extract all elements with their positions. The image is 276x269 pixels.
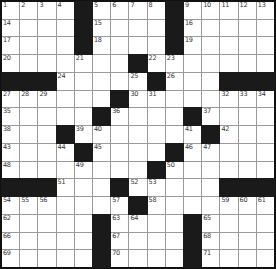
cell-r12c15[interactable]: 61 [257,197,274,214]
black-square [166,144,183,161]
cell-r15c2[interactable] [20,250,37,267]
clue-number: 34 [258,91,266,98]
cell-r4c11[interactable] [184,55,201,72]
cell-r6c10[interactable] [166,91,183,108]
cell-r4c12[interactable] [202,55,219,72]
black-square [184,250,201,267]
clue-number: 43 [3,144,11,151]
cell-r14c14[interactable] [239,233,256,250]
cell-r2c1[interactable]: 14 [2,20,19,37]
cell-r8c1[interactable]: 38 [2,126,19,143]
black-square [38,179,55,196]
cell-r7c8[interactable] [129,108,146,125]
black-square [148,73,165,90]
clue-number: 51 [58,179,66,186]
cell-r2c15[interactable] [257,20,274,37]
clue-number: 4 [58,2,62,9]
cell-r9c8[interactable] [129,144,146,161]
cell-r15c5[interactable] [75,250,92,267]
clue-number: 26 [167,73,175,80]
cell-r1c6[interactable]: 5 [93,2,110,19]
cell-r2c13[interactable] [220,20,237,37]
cell-r3c9[interactable] [148,37,165,54]
cell-r3c4[interactable] [57,37,74,54]
black-square [75,144,92,161]
cell-r9c13[interactable] [220,144,237,161]
clue-number: 69 [3,250,11,257]
cell-r12c10[interactable] [166,197,183,214]
cell-r11c10[interactable] [166,179,183,196]
cell-r8c14[interactable] [239,126,256,143]
black-square [75,37,92,54]
cell-r4c2[interactable] [20,55,37,72]
cell-r2c9[interactable] [148,20,165,37]
cell-r14c15[interactable] [257,233,274,250]
cell-r10c11[interactable] [184,162,201,179]
clue-number: 45 [94,144,102,151]
cell-r5c4[interactable]: 24 [57,73,74,90]
black-square [129,197,146,214]
cell-r5c12[interactable] [202,73,219,90]
clue-number: 17 [3,37,11,44]
black-square [239,73,256,90]
clue-number: 41 [185,126,193,133]
cell-r14c3[interactable] [38,233,55,250]
clue-number: 48 [3,162,11,169]
clue-number: 68 [203,233,211,240]
clue-number: 59 [221,197,229,204]
cell-r14c2[interactable] [20,233,37,250]
cell-r11c6[interactable] [93,179,110,196]
cell-r7c5[interactable] [75,108,92,125]
cell-r8c13[interactable]: 42 [220,126,237,143]
cell-r9c7[interactable] [111,144,128,161]
clue-number: 67 [112,233,120,240]
cell-r3c12[interactable] [202,37,219,54]
cell-r13c9[interactable] [148,215,165,232]
cell-r15c15[interactable] [257,250,274,267]
cell-r1c13[interactable]: 11 [220,2,237,19]
black-square [166,37,183,54]
cell-r3c15[interactable] [257,37,274,54]
clue-number: 42 [221,126,229,133]
cell-r6c11[interactable] [184,91,201,108]
cell-r10c3[interactable] [38,162,55,179]
black-square [257,179,274,196]
cell-r9c2[interactable] [20,144,37,161]
clue-number: 39 [76,126,84,133]
cell-r9c14[interactable] [239,144,256,161]
clue-number: 1 [3,2,7,9]
black-square [184,215,201,232]
clue-number: 15 [94,20,102,27]
cell-r6c14[interactable]: 33 [239,91,256,108]
cell-r7c10[interactable] [166,108,183,125]
cell-r8c9[interactable] [148,126,165,143]
cell-r7c15[interactable] [257,108,274,125]
black-square [166,2,183,19]
cell-r3c7[interactable] [111,37,128,54]
black-square [93,250,110,267]
cell-r8c10[interactable] [166,126,183,143]
cell-r15c12[interactable]: 71 [202,250,219,267]
cell-r14c9[interactable] [148,233,165,250]
black-square [38,73,55,90]
black-square [220,179,237,196]
cell-r4c1[interactable]: 20 [2,55,19,72]
cell-r14c1[interactable]: 66 [2,233,19,250]
cell-r2c11[interactable]: 16 [184,20,201,37]
cell-r4c3[interactable] [38,55,55,72]
clue-number: 52 [130,179,138,186]
black-square [20,73,37,90]
clue-number: 61 [258,197,266,204]
cell-r7c7[interactable]: 36 [111,108,128,125]
cell-r12c3[interactable]: 56 [38,197,55,214]
cell-r2c4[interactable] [57,20,74,37]
cell-r2c12[interactable] [202,20,219,37]
black-square [184,108,201,125]
clue-number: 55 [21,197,29,204]
cell-r6c6[interactable] [93,91,110,108]
clue-number: 56 [39,197,47,204]
cell-r14c8[interactable] [129,233,146,250]
cell-r5c11[interactable] [184,73,201,90]
cell-r1c7[interactable]: 6 [111,2,128,19]
cell-r13c4[interactable] [57,215,74,232]
cell-r2c7[interactable] [111,20,128,37]
black-square [20,179,37,196]
cell-r9c6[interactable]: 45 [93,144,110,161]
cell-r12c1[interactable]: 54 [2,197,19,214]
cell-r15c14[interactable] [239,250,256,267]
cell-r9c3[interactable] [38,144,55,161]
cell-r6c5[interactable] [75,91,92,108]
cell-r5c8[interactable]: 25 [129,73,146,90]
cell-r14c13[interactable] [220,233,237,250]
cell-r4c13[interactable] [220,55,237,72]
cell-r6c4[interactable] [57,91,74,108]
clue-number: 13 [258,2,266,9]
cell-r13c7[interactable]: 63 [111,215,128,232]
cell-r9c15[interactable] [257,144,274,161]
clue-number: 62 [3,215,11,222]
cell-r13c15[interactable] [257,215,274,232]
cell-r1c8[interactable]: 7 [129,2,146,19]
crossword-board: 1234567891011121314151617181920212223242… [0,0,276,269]
black-square [2,73,19,90]
cell-r1c15[interactable]: 13 [257,2,274,19]
clue-number: 57 [112,197,120,204]
cell-r4c5[interactable]: 21 [75,55,92,72]
clue-number: 10 [203,2,211,9]
cell-r1c14[interactable]: 12 [239,2,256,19]
cell-r14c7[interactable]: 67 [111,233,128,250]
clue-number: 9 [185,2,189,9]
black-square [111,91,128,108]
cell-r12c6[interactable] [93,197,110,214]
clue-number: 54 [3,197,11,204]
clue-number: 71 [203,250,211,257]
clue-number: 28 [21,91,29,98]
clue-number: 6 [112,2,116,9]
cell-r5c7[interactable] [111,73,128,90]
cell-r9c9[interactable] [148,144,165,161]
clue-number: 65 [203,215,211,222]
cell-r4c10[interactable]: 23 [166,55,183,72]
cell-r13c12[interactable]: 65 [202,215,219,232]
clue-number: 32 [221,91,229,98]
cell-r1c4[interactable]: 4 [57,2,74,19]
cell-r1c11[interactable]: 9 [184,2,201,19]
cell-r15c4[interactable] [57,250,74,267]
clue-number: 60 [240,197,248,204]
clue-number: 5 [94,2,98,9]
clue-number: 44 [58,144,66,151]
cell-r10c10[interactable]: 50 [166,162,183,179]
cell-r7c4[interactable] [57,108,74,125]
clue-number: 14 [3,20,11,27]
cell-r15c9[interactable] [148,250,165,267]
clue-number: 19 [185,37,193,44]
cell-r6c8[interactable]: 30 [129,91,146,108]
cell-r12c7[interactable]: 57 [111,197,128,214]
cell-r14c4[interactable] [57,233,74,250]
cell-r1c1[interactable]: 1 [2,2,19,19]
cell-r2c14[interactable] [239,20,256,37]
clue-number: 53 [149,179,157,186]
black-square [257,73,274,90]
cell-r14c5[interactable] [75,233,92,250]
black-square [202,126,219,143]
cell-r14c10[interactable] [166,233,183,250]
cell-r4c6[interactable] [93,55,110,72]
clue-number: 21 [76,55,84,62]
cell-r3c14[interactable] [239,37,256,54]
cell-r4c9[interactable]: 22 [148,55,165,72]
clue-number: 47 [203,144,211,151]
clue-number: 70 [112,250,120,257]
cell-r11c12[interactable] [202,179,219,196]
black-square [93,215,110,232]
cell-r6c1[interactable]: 27 [2,91,19,108]
cell-r12c4[interactable] [57,197,74,214]
cell-r11c8[interactable]: 52 [129,179,146,196]
clue-number: 63 [112,215,120,222]
cell-r15c13[interactable] [220,250,237,267]
cell-r10c8[interactable] [129,162,146,179]
black-square [184,233,201,250]
cell-r4c4[interactable] [57,55,74,72]
cell-r3c11[interactable]: 19 [184,37,201,54]
cell-r3c6[interactable]: 18 [93,37,110,54]
clue-number: 29 [39,91,47,98]
cell-r8c15[interactable] [257,126,274,143]
black-square [57,126,74,143]
cell-r9c11[interactable]: 46 [184,144,201,161]
black-square [166,20,183,37]
cell-r10c2[interactable] [20,162,37,179]
black-square [2,179,19,196]
clue-number: 46 [185,144,193,151]
black-square [239,179,256,196]
clue-number: 30 [130,91,138,98]
black-square [148,162,165,179]
cell-r10c15[interactable] [257,162,274,179]
cell-r2c2[interactable] [20,20,37,37]
clue-number: 25 [130,73,138,80]
cell-r1c3[interactable]: 3 [38,2,55,19]
black-square [220,73,237,90]
clue-number: 7 [130,2,134,9]
cell-r3c8[interactable] [129,37,146,54]
cell-r13c3[interactable] [38,215,55,232]
black-square [93,108,110,125]
cell-r12c12[interactable] [202,197,219,214]
cell-r1c12[interactable]: 10 [202,2,219,19]
cell-r4c7[interactable] [111,55,128,72]
clue-number: 24 [58,73,66,80]
cell-r4c15[interactable] [257,55,274,72]
cell-r8c11[interactable]: 41 [184,126,201,143]
cell-r12c14[interactable]: 60 [239,197,256,214]
crossword-grid: 1234567891011121314151617181920212223242… [0,0,276,269]
clue-number: 64 [130,215,138,222]
cell-r7c12[interactable]: 37 [202,108,219,125]
cell-r11c4[interactable]: 51 [57,179,74,196]
clue-number: 12 [240,2,248,9]
cell-r8c3[interactable] [38,126,55,143]
cell-r4c14[interactable] [239,55,256,72]
cell-r10c13[interactable] [220,162,237,179]
cell-r11c11[interactable] [184,179,201,196]
clue-number: 37 [203,108,211,115]
cell-r10c12[interactable] [202,162,219,179]
clue-number: 58 [149,197,157,204]
clue-number: 8 [149,2,153,9]
clue-number: 2 [21,2,25,9]
cell-r1c9[interactable]: 8 [148,2,165,19]
clue-number: 49 [76,162,84,169]
cell-r2c3[interactable] [38,20,55,37]
cell-r9c4[interactable]: 44 [57,144,74,161]
clue-number: 66 [3,233,11,240]
cell-r13c10[interactable] [166,215,183,232]
black-square [111,179,128,196]
clue-number: 16 [185,20,193,27]
cell-r6c3[interactable]: 29 [38,91,55,108]
cell-r10c14[interactable] [239,162,256,179]
cell-r10c6[interactable] [93,162,110,179]
cell-r7c13[interactable] [220,108,237,125]
cell-r9c1[interactable]: 43 [2,144,19,161]
cell-r8c8[interactable] [129,126,146,143]
cell-r6c13[interactable]: 32 [220,91,237,108]
cell-r13c5[interactable] [75,215,92,232]
cell-r7c2[interactable] [20,108,37,125]
cell-r12c2[interactable]: 55 [20,197,37,214]
cell-r9c12[interactable]: 47 [202,144,219,161]
cell-r13c1[interactable]: 62 [2,215,19,232]
cell-r2c6[interactable]: 15 [93,20,110,37]
clue-number: 18 [94,37,102,44]
cell-r15c7[interactable]: 70 [111,250,128,267]
cell-r6c12[interactable] [202,91,219,108]
clue-number: 11 [221,2,229,9]
cell-r6c9[interactable]: 31 [148,91,165,108]
cell-r15c10[interactable] [166,250,183,267]
clue-number: 50 [167,162,175,169]
clue-number: 23 [167,55,175,62]
clue-number: 27 [3,91,11,98]
cell-r10c1[interactable]: 48 [2,162,19,179]
cell-r8c2[interactable] [20,126,37,143]
cell-r12c13[interactable]: 59 [220,197,237,214]
cell-r6c15[interactable]: 34 [257,91,274,108]
cell-r15c3[interactable] [38,250,55,267]
cell-r7c3[interactable] [38,108,55,125]
cell-r13c14[interactable] [239,215,256,232]
cell-r7c14[interactable] [239,108,256,125]
clue-number: 38 [3,126,11,133]
black-square [129,55,146,72]
clue-number: 20 [3,55,11,62]
cell-r10c7[interactable] [111,162,128,179]
black-square [75,20,92,37]
cell-r3c3[interactable] [38,37,55,54]
clue-number: 22 [149,55,157,62]
cell-r11c9[interactable]: 53 [148,179,165,196]
cell-r11c5[interactable] [75,179,92,196]
cell-r15c8[interactable] [129,250,146,267]
cell-r5c10[interactable]: 26 [166,73,183,90]
cell-r6c2[interactable]: 28 [20,91,37,108]
clue-number: 31 [149,91,157,98]
black-square [75,2,92,19]
cell-r5c6[interactable] [93,73,110,90]
cell-r12c9[interactable]: 58 [148,197,165,214]
cell-r12c11[interactable] [184,197,201,214]
clue-number: 36 [112,108,120,115]
cell-r14c12[interactable]: 68 [202,233,219,250]
clue-number: 33 [240,91,248,98]
cell-r3c2[interactable] [20,37,37,54]
clue-number: 40 [94,126,102,133]
cell-r15c1[interactable]: 69 [2,250,19,267]
cell-r8c7[interactable] [111,126,128,143]
cell-r3c13[interactable] [220,37,237,54]
cell-r13c8[interactable]: 64 [129,215,146,232]
cell-r8c5[interactable]: 39 [75,126,92,143]
cell-r10c5[interactable]: 49 [75,162,92,179]
cell-r5c5[interactable] [75,73,92,90]
cell-r7c9[interactable] [148,108,165,125]
cell-r3c1[interactable]: 17 [2,37,19,54]
clue-number: 35 [3,108,11,115]
clue-number: 3 [39,2,43,9]
cell-r13c2[interactable] [20,215,37,232]
cell-r12c5[interactable] [75,197,92,214]
cell-r7c1[interactable]: 35 [2,108,19,125]
cell-r2c8[interactable] [129,20,146,37]
black-square [93,233,110,250]
cell-r13c13[interactable] [220,215,237,232]
cell-r10c4[interactable] [57,162,74,179]
cell-r8c6[interactable]: 40 [93,126,110,143]
cell-r1c2[interactable]: 2 [20,2,37,19]
